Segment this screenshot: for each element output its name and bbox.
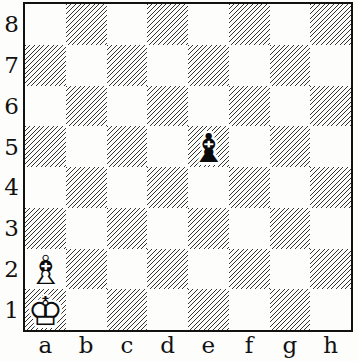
square-b3[interactable] bbox=[66, 208, 107, 249]
square-a2[interactable]: ♝♗ bbox=[25, 249, 66, 290]
rank-labels: 87654321 bbox=[0, 4, 21, 330]
chess-diagram: ♝♝♝♗♚♔ 87654321 abcdefgh bbox=[0, 0, 358, 361]
rank-label-5: 5 bbox=[0, 126, 21, 167]
square-g5[interactable] bbox=[270, 126, 311, 167]
rank-label-2: 2 bbox=[0, 249, 21, 290]
square-a6[interactable] bbox=[25, 86, 66, 127]
square-h3[interactable] bbox=[310, 208, 351, 249]
rank-label-6: 6 bbox=[0, 86, 21, 127]
file-label-h: h bbox=[310, 331, 351, 359]
square-e4[interactable] bbox=[188, 167, 229, 208]
square-d6[interactable] bbox=[147, 86, 188, 127]
square-a3[interactable] bbox=[25, 208, 66, 249]
rank-label-4: 4 bbox=[0, 167, 21, 208]
square-g6[interactable] bbox=[270, 86, 311, 127]
square-g1[interactable] bbox=[270, 289, 311, 330]
square-f1[interactable] bbox=[229, 289, 270, 330]
square-e6[interactable] bbox=[188, 86, 229, 127]
square-h1[interactable] bbox=[310, 289, 351, 330]
rank-label-7: 7 bbox=[0, 45, 21, 86]
square-d4[interactable] bbox=[147, 167, 188, 208]
square-a4[interactable] bbox=[25, 167, 66, 208]
square-d2[interactable] bbox=[147, 249, 188, 290]
rank-label-3: 3 bbox=[0, 208, 21, 249]
rank-label-1: 1 bbox=[0, 289, 21, 330]
square-f8[interactable] bbox=[229, 4, 270, 45]
file-label-b: b bbox=[66, 331, 107, 359]
square-h4[interactable] bbox=[310, 167, 351, 208]
square-g8[interactable] bbox=[270, 4, 311, 45]
square-g2[interactable] bbox=[270, 249, 311, 290]
square-f7[interactable] bbox=[229, 45, 270, 86]
square-b5[interactable] bbox=[66, 126, 107, 167]
square-h8[interactable] bbox=[310, 4, 351, 45]
file-label-e: e bbox=[188, 331, 229, 359]
square-b2[interactable] bbox=[66, 249, 107, 290]
square-b6[interactable] bbox=[66, 86, 107, 127]
white-bishop-icon: ♗ bbox=[27, 250, 63, 290]
square-d1[interactable] bbox=[147, 289, 188, 330]
file-label-a: a bbox=[25, 331, 66, 359]
square-e3[interactable] bbox=[188, 208, 229, 249]
square-c5[interactable] bbox=[107, 126, 148, 167]
square-a5[interactable] bbox=[25, 126, 66, 167]
square-f2[interactable] bbox=[229, 249, 270, 290]
square-f3[interactable] bbox=[229, 208, 270, 249]
file-label-d: d bbox=[147, 331, 188, 359]
square-d5[interactable] bbox=[147, 126, 188, 167]
square-e5[interactable]: ♝♝ bbox=[188, 126, 229, 167]
white-king-icon: ♔ bbox=[27, 291, 63, 331]
square-e7[interactable] bbox=[188, 45, 229, 86]
square-c3[interactable] bbox=[107, 208, 148, 249]
square-h6[interactable] bbox=[310, 86, 351, 127]
square-g3[interactable] bbox=[270, 208, 311, 249]
file-label-g: g bbox=[270, 331, 311, 359]
piece-white-king[interactable]: ♚♔ bbox=[25, 289, 66, 330]
rank-label-8: 8 bbox=[0, 4, 21, 45]
square-a1[interactable]: ♚♔ bbox=[25, 289, 66, 330]
square-b1[interactable] bbox=[66, 289, 107, 330]
file-labels: abcdefgh bbox=[25, 331, 351, 359]
square-b7[interactable] bbox=[66, 45, 107, 86]
square-h2[interactable] bbox=[310, 249, 351, 290]
square-e1[interactable] bbox=[188, 289, 229, 330]
black-bishop-icon: ♝ bbox=[190, 128, 226, 168]
square-f5[interactable] bbox=[229, 126, 270, 167]
square-f6[interactable] bbox=[229, 86, 270, 127]
file-label-f: f bbox=[229, 331, 270, 359]
square-b8[interactable] bbox=[66, 4, 107, 45]
square-c2[interactable] bbox=[107, 249, 148, 290]
square-g4[interactable] bbox=[270, 167, 311, 208]
square-e8[interactable] bbox=[188, 4, 229, 45]
square-e2[interactable] bbox=[188, 249, 229, 290]
square-a8[interactable] bbox=[25, 4, 66, 45]
square-c4[interactable] bbox=[107, 167, 148, 208]
square-d7[interactable] bbox=[147, 45, 188, 86]
square-h5[interactable] bbox=[310, 126, 351, 167]
square-d3[interactable] bbox=[147, 208, 188, 249]
chess-board: ♝♝♝♗♚♔ bbox=[23, 2, 353, 332]
square-a7[interactable] bbox=[25, 45, 66, 86]
square-c6[interactable] bbox=[107, 86, 148, 127]
square-d8[interactable] bbox=[147, 4, 188, 45]
piece-black-bishop[interactable]: ♝♝ bbox=[188, 126, 229, 167]
square-c8[interactable] bbox=[107, 4, 148, 45]
square-g7[interactable] bbox=[270, 45, 311, 86]
piece-white-bishop[interactable]: ♝♗ bbox=[25, 249, 66, 290]
square-b4[interactable] bbox=[66, 167, 107, 208]
square-c1[interactable] bbox=[107, 289, 148, 330]
square-h7[interactable] bbox=[310, 45, 351, 86]
square-c7[interactable] bbox=[107, 45, 148, 86]
file-label-c: c bbox=[107, 331, 148, 359]
square-f4[interactable] bbox=[229, 167, 270, 208]
